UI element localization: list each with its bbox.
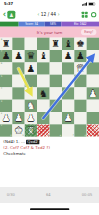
square-g5[interactable] [74,75,86,87]
square-a5[interactable]: 5 [0,75,12,87]
square-c8[interactable] [25,38,37,50]
settings-ring-icon[interactable] [91,12,96,17]
checkmate-label: Checkmate [3,151,95,157]
toolbar-center[interactable]: 64 [46,193,51,197]
square-a3[interactable]: 3 [0,100,12,112]
square-b2[interactable]: ♟ [12,112,24,124]
square-h7[interactable] [87,50,99,62]
piece-black-king: ♚ [76,39,85,49]
piece-black-queen: ♛ [27,51,36,61]
piece-white-pawn: ♟ [88,89,97,99]
square-c5[interactable] [25,75,37,87]
piece-black-pawn: ♟ [64,51,73,61]
piece-white-pawn: ♟ [64,113,73,123]
square-f5[interactable] [62,75,74,87]
piece-white-king: ♚ [14,126,23,136]
square-e2[interactable] [50,112,62,124]
square-f2[interactable]: ♟ [62,112,74,124]
square-h4[interactable]: ♟ [87,87,99,99]
file-label: h [97,134,98,136]
square-h6[interactable] [87,62,99,74]
square-g7[interactable]: ♟ [74,50,86,62]
square-b1[interactable]: b♚ [12,124,24,136]
square-e3[interactable] [50,100,62,112]
piece-white-queen: ♛ [76,64,85,74]
square-c7[interactable]: ♛ [25,50,37,62]
square-f7[interactable]: ♟ [62,50,74,62]
square-h5[interactable] [87,75,99,87]
status-icons [82,2,95,5]
square-h1[interactable]: h [87,124,99,136]
chess-board[interactable]: 8♜♜♝♚7♟♟♛♝♟♟6♟♛54♞♟3♞2♟♟♟♟1ab♚c♜defgh [0,38,99,137]
square-g8[interactable]: ♚ [74,38,86,50]
square-e1[interactable]: e [50,124,62,136]
square-d8[interactable] [37,38,49,50]
square-d1[interactable]: d [37,124,49,136]
square-g4[interactable] [74,87,86,99]
status-bar: 5:37 [0,0,99,8]
signal-icon [82,2,87,5]
square-c6[interactable]: ♟ [25,62,37,74]
square-e5[interactable] [50,75,62,87]
move-list: (Nd4) 1. ... Qxd2 (2. Cxf7 Cxf7 & Txd2 ?… [0,137,99,157]
toolbar-timer: 00:05 [82,193,93,197]
square-c2[interactable]: ♟ [25,112,37,124]
square-a7[interactable]: 7♟ [0,50,12,62]
square-g1[interactable]: g [74,124,86,136]
piece-black-rook: ♜ [51,39,60,49]
piece-black-rook: ♜ [2,39,11,49]
piece-black-pawn: ♟ [27,64,36,74]
square-c3[interactable]: ♞ [25,100,37,112]
square-f6[interactable] [62,62,74,74]
next-puzzle-chevron-icon[interactable]: › [58,12,60,17]
clock-time: 5:37 [4,2,13,6]
rank-label: 5 [1,75,2,77]
square-d7[interactable]: ♝ [37,50,49,62]
grid-icon[interactable] [82,12,88,18]
piece-white-pawn: ♟ [27,113,36,123]
square-c4[interactable] [25,87,37,99]
square-e8[interactable]: ♜ [50,38,62,50]
square-g6[interactable]: ♛ [74,62,86,74]
square-b6[interactable] [12,62,24,74]
bottom-toolbar: 0/30 64 00:05 [0,187,99,203]
square-d5[interactable] [37,75,49,87]
piece-white-pawn: ♟ [2,113,11,123]
home-indicator[interactable] [30,208,69,210]
square-h2[interactable] [87,112,99,124]
rank-label: 3 [1,100,2,102]
square-d6[interactable] [37,62,49,74]
rank-label: 6 [1,63,2,65]
square-e7[interactable] [50,50,62,62]
prev-puzzle-chevron-icon[interactable]: ‹ [37,12,39,17]
piece-white-pawn: ♟ [14,113,23,123]
square-a6[interactable]: 6 [0,62,12,74]
back-chevron-icon[interactable]: ‹ [3,11,6,19]
easy-button[interactable]: Easy! [81,29,96,35]
square-f4[interactable] [62,87,74,99]
piece-black-bishop: ♝ [64,39,73,49]
nav-bar: ‹ ♟ ‹ 12 / 44 › [0,8,99,22]
square-a2[interactable]: 2♟ [0,112,12,124]
square-f8[interactable]: ♝ [62,38,74,50]
piece-white-rook: ♜ [27,126,36,136]
square-f3[interactable] [62,100,74,112]
turn-banner: It's your turn Easy! [0,27,99,38]
square-d2[interactable] [37,112,49,124]
piece-white-knight: ♞ [27,101,36,111]
square-h3[interactable] [87,100,99,112]
square-b8[interactable] [12,38,24,50]
square-g2[interactable] [74,112,86,124]
nav-right-icons [82,12,97,18]
square-d4[interactable]: ♞ [37,87,49,99]
piece-black-pawn: ♟ [2,51,11,61]
app-screen: 5:37 ‹ ♟ ‹ 12 / 44 › Score: 34 58% Elo: … [0,0,99,215]
square-a8[interactable]: 8♜ [0,38,12,50]
toolbar-score[interactable]: 0/30 [7,193,15,197]
square-a1[interactable]: 1a [0,124,12,136]
square-c1[interactable]: c♜ [25,124,37,136]
rank-label: 7 [1,50,2,52]
rank-label: 8 [1,38,2,40]
piece-black-bishop: ♝ [39,51,48,61]
square-b5[interactable] [12,75,24,87]
piece-black-pawn: ♟ [76,51,85,61]
battery-icon [88,2,95,5]
square-f1[interactable]: f [62,124,74,136]
square-d3[interactable] [37,100,49,112]
piece-black-pawn: ♟ [14,51,23,61]
square-e6[interactable] [50,62,62,74]
rank-label: 2 [1,112,2,114]
move-line-1-prefix: (Nd4) 1. ... [3,140,26,145]
square-h8[interactable] [87,38,99,50]
rank-label: 4 [1,88,2,90]
current-move-chip[interactable]: Qxd2 [26,140,39,145]
square-e4[interactable] [50,87,62,99]
square-b4[interactable] [12,87,24,99]
square-g3[interactable] [74,100,86,112]
puzzle-counter: ‹ 12 / 44 › [15,12,81,17]
square-b7[interactable]: ♟ [12,50,24,62]
piece-black-knight: ♞ [39,89,48,99]
puzzle-counter-label: 12 / 44 [41,12,56,17]
chess-board-wrap: 8♜♜♝♚7♟♟♛♝♟♟6♟♛54♞♟3♞2♟♟♟♟1ab♚c♜defgh [0,38,99,137]
square-a4[interactable]: 4 [0,87,12,99]
app-pawn-icon[interactable]: ♟ [7,11,15,19]
square-b3[interactable] [12,100,24,112]
rank-label: 1 [1,125,2,127]
